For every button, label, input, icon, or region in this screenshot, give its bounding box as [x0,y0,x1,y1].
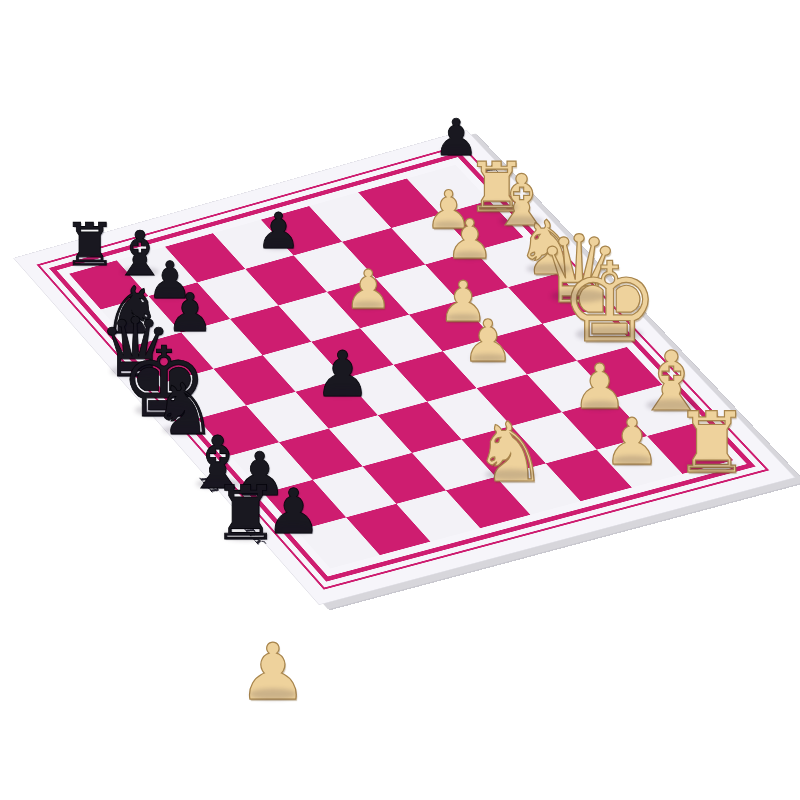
white-pawn-shadow [454,251,487,259]
black-pawn-shadow [324,388,362,397]
pieces-layer: ♟♜♝♟♟♟♜♞♝♟♛♟♟♟♞♚♟♛♟♟♝♚♞♟♜♞♝♟♟♜♟ [0,0,800,800]
black-pawn-shadow [264,243,294,250]
black-pawn-a4: ♟ [256,207,301,257]
white-rook-shadow [686,461,737,473]
white-knight-shadow [486,469,535,481]
white-pawn-offboard: ♟ [238,633,308,711]
white-pawn-c3: ♟ [344,263,392,317]
black-bishop-shadow [121,267,158,276]
chess-product-photo: na ink ink ♟♜♝♟♟♟♜♞♝♟♛♟♟♟♞♚♟♛♟♟♝♚♞♟♜♞♝♟♟… [0,0,800,800]
black-bishop-shadow [196,479,240,489]
black-pawn-shadow [275,525,312,534]
white-pawn-shadow [250,689,297,700]
black-rook-a8: ♜ [63,216,116,275]
white-bishop-shadow [647,400,696,412]
white-pawn-h2: ♟ [603,410,660,474]
black-king-shadow [135,403,193,417]
white-pawn-shadow [613,455,651,464]
white-pawn-shadow [581,401,618,410]
black-knight-shadow [163,425,206,435]
white-pawn-shadow [471,354,506,362]
white-bishop-shadow [500,216,542,226]
white-pawn-shadow [446,314,480,322]
white-rook-shadow [476,202,517,212]
black-pawn-shadow [155,291,186,298]
